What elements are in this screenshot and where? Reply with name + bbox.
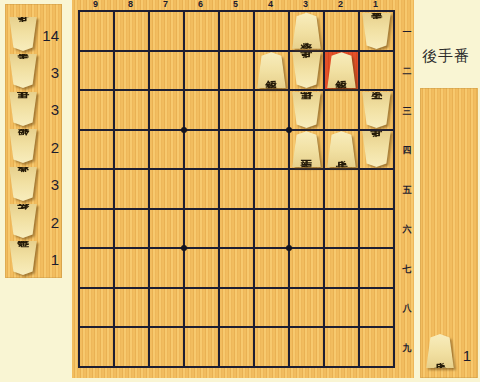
square-68[interactable] (185, 289, 218, 327)
piece-gote-pawn-14[interactable]: 歩兵 (361, 131, 392, 167)
file-label-5: 5 (218, 0, 253, 9)
turn-indicator: 後手番 (422, 47, 478, 66)
square-92[interactable] (80, 52, 113, 90)
square-99[interactable] (80, 328, 113, 366)
square-83[interactable] (115, 91, 148, 129)
piece-gote-pawn-32[interactable]: 歩兵 (291, 52, 322, 88)
piece-gote-pawn[interactable]: 歩兵 (8, 17, 38, 51)
square-19[interactable] (360, 328, 393, 366)
square-86[interactable] (115, 210, 148, 248)
square-96[interactable] (80, 210, 113, 248)
rank-label-8: 八 (400, 302, 414, 315)
piece-gote-knight[interactable]: 桂馬 (8, 92, 38, 126)
square-54[interactable] (220, 131, 253, 169)
square-59[interactable] (220, 328, 253, 366)
square-78[interactable] (150, 289, 183, 327)
square-74[interactable] (150, 131, 183, 169)
file-label-6: 6 (183, 0, 218, 9)
square-46[interactable] (255, 210, 288, 248)
gote-hand-lance-count: 3 (51, 64, 59, 81)
piece-face: 飛車 (8, 241, 38, 275)
gote-hand-pawn[interactable]: 歩兵14 (5, 16, 62, 53)
square-37[interactable] (290, 249, 323, 287)
square-71[interactable] (150, 12, 183, 50)
square-95[interactable] (80, 170, 113, 208)
square-77[interactable] (150, 249, 183, 287)
square-69[interactable] (185, 328, 218, 366)
square-93[interactable] (80, 91, 113, 129)
square-15[interactable] (360, 170, 393, 208)
square-58[interactable] (220, 289, 253, 327)
square-82[interactable] (115, 52, 148, 90)
square-56[interactable] (220, 210, 253, 248)
rank-label-4: 四 (400, 144, 414, 157)
square-29[interactable] (325, 328, 358, 366)
square-87[interactable] (115, 249, 148, 287)
square-97[interactable] (80, 249, 113, 287)
square-57[interactable] (220, 249, 253, 287)
rank-label-5: 五 (400, 184, 414, 197)
square-23[interactable] (325, 91, 358, 129)
piece-gote-silver[interactable]: 銀将 (8, 129, 38, 163)
gote-hand-pawn-count: 14 (42, 26, 59, 43)
piece-face: 歩兵 (361, 131, 392, 167)
square-47[interactable] (255, 249, 288, 287)
square-63[interactable] (185, 91, 218, 129)
square-25[interactable] (325, 170, 358, 208)
square-53[interactable] (220, 91, 253, 129)
piece-face: 桂馬 (291, 92, 322, 128)
square-41[interactable] (255, 12, 288, 50)
square-18[interactable] (360, 289, 393, 327)
square-73[interactable] (150, 91, 183, 129)
rank-label-7: 七 (400, 263, 414, 276)
square-72[interactable] (150, 52, 183, 90)
piece-face: 桂馬 (8, 92, 38, 126)
piece-face: 金将 (8, 167, 38, 201)
piece-face: 龍王 (291, 131, 322, 167)
square-51[interactable] (220, 12, 253, 50)
piece-gote-king-13[interactable]: 王将 (361, 92, 392, 128)
piece-face: 香車 (8, 54, 38, 88)
file-label-9: 9 (78, 0, 113, 9)
file-label-4: 4 (253, 0, 288, 9)
square-48[interactable] (255, 289, 288, 327)
square-75[interactable] (150, 170, 183, 208)
gote-hand-bishop-count: 2 (51, 213, 59, 230)
gote-hand-rook[interactable]: 飛車1 (5, 240, 62, 277)
board-panel: 987654321 金将香車銀将歩兵銀将桂馬王将龍王歩兵歩兵 一二三四五六七八九 (72, 0, 414, 378)
sente-hand-pawn-count: 1 (463, 347, 471, 364)
rank-label-2: 二 (400, 65, 414, 78)
square-28[interactable] (325, 289, 358, 327)
gote-hand-knight[interactable]: 桂馬3 (5, 91, 62, 128)
piece-sente-pawn-24[interactable]: 歩兵 (326, 131, 357, 167)
piece-sente-silver-22[interactable]: 銀将 (326, 52, 357, 88)
square-94[interactable] (80, 131, 113, 169)
gote-hand-gold[interactable]: 金将3 (5, 166, 62, 203)
gote-hand-gold-count: 3 (51, 176, 59, 193)
square-98[interactable] (80, 289, 113, 327)
square-45[interactable] (255, 170, 288, 208)
gote-hand-bishop[interactable]: 角行2 (5, 203, 62, 240)
file-label-3: 3 (288, 0, 323, 9)
piece-gote-lance[interactable]: 香車 (8, 54, 38, 88)
file-label-8: 8 (113, 0, 148, 9)
rank-label-6: 六 (400, 223, 414, 236)
square-79[interactable] (150, 328, 183, 366)
piece-face: 歩兵 (8, 17, 38, 51)
piece-gote-knight-33[interactable]: 桂馬 (291, 92, 322, 128)
shogi-board: 金将香車銀将歩兵銀将桂馬王将龍王歩兵歩兵 (78, 10, 395, 368)
piece-face: 銀将 (8, 129, 38, 163)
square-16[interactable] (360, 210, 393, 248)
square-88[interactable] (115, 289, 148, 327)
gote-hand-tray: 歩兵14香車3桂馬3銀将2金将3角行2飛車1 (5, 4, 62, 278)
square-27[interactable] (325, 249, 358, 287)
square-84[interactable] (115, 131, 148, 169)
square-44[interactable] (255, 131, 288, 169)
piece-gote-gold[interactable]: 金将 (8, 167, 38, 201)
square-12[interactable] (360, 52, 393, 90)
gote-hand-silver-count: 2 (51, 138, 59, 155)
square-52[interactable] (220, 52, 253, 90)
file-label-7: 7 (148, 0, 183, 9)
square-76[interactable] (150, 210, 183, 248)
sente-hand-pawn[interactable]: 歩兵 (425, 334, 455, 368)
piece-face: 王将 (361, 92, 392, 128)
square-26[interactable] (325, 210, 358, 248)
square-67[interactable] (185, 249, 218, 287)
rank-label-9: 九 (400, 342, 414, 355)
piece-gote-bishop[interactable]: 角行 (8, 204, 38, 238)
square-64[interactable] (185, 131, 218, 169)
file-label-1: 1 (358, 0, 393, 9)
square-39[interactable] (290, 328, 323, 366)
file-label-2: 2 (323, 0, 358, 9)
piece-gote-lance-11[interactable]: 香車 (361, 13, 392, 49)
piece-face: 銀将 (256, 52, 287, 88)
square-61[interactable] (185, 12, 218, 50)
piece-face: 歩兵 (425, 334, 455, 368)
piece-face: 角行 (8, 204, 38, 238)
piece-sente-silver-42[interactable]: 銀将 (256, 52, 287, 88)
sente-hand-tray: 歩兵1 (420, 88, 478, 378)
square-91[interactable] (80, 12, 113, 50)
gote-hand-knight-count: 3 (51, 101, 59, 118)
square-36[interactable] (290, 210, 323, 248)
square-66[interactable] (185, 210, 218, 248)
piece-face: 香車 (361, 13, 392, 49)
piece-face: 金将 (291, 13, 322, 49)
square-85[interactable] (115, 170, 148, 208)
rank-label-1: 一 (400, 26, 414, 39)
gote-hand-lance[interactable]: 香車3 (5, 53, 62, 90)
piece-face: 銀将 (326, 52, 357, 88)
shogi-app: 歩兵14香車3桂馬3銀将2金将3角行2飛車1 987654321 金将香車銀将歩… (0, 0, 480, 382)
square-17[interactable] (360, 249, 393, 287)
square-38[interactable] (290, 289, 323, 327)
gote-hand-silver[interactable]: 銀将2 (5, 128, 62, 165)
piece-sente-gold-31[interactable]: 金将 (291, 13, 322, 49)
square-81[interactable] (115, 12, 148, 50)
square-43[interactable] (255, 91, 288, 129)
square-49[interactable] (255, 328, 288, 366)
square-21[interactable] (325, 12, 358, 50)
hoshi-dot (181, 127, 187, 133)
square-89[interactable] (115, 328, 148, 366)
square-62[interactable] (185, 52, 218, 90)
piece-sente-dragon-34[interactable]: 龍王 (291, 131, 322, 167)
square-55[interactable] (220, 170, 253, 208)
rank-label-3: 三 (400, 105, 414, 118)
hoshi-dot (181, 245, 187, 251)
file-labels: 987654321 (78, 0, 395, 10)
hoshi-dot (286, 245, 292, 251)
gote-hand-rook-count: 1 (51, 251, 59, 268)
piece-gote-rook[interactable]: 飛車 (8, 241, 38, 275)
piece-face: 歩兵 (326, 131, 357, 167)
square-65[interactable] (185, 170, 218, 208)
piece-face: 歩兵 (291, 52, 322, 88)
square-35[interactable] (290, 170, 323, 208)
